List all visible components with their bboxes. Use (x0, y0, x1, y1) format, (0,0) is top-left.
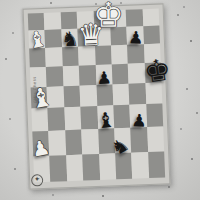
photo-noise-speckles (0, 0, 2, 2)
piece-black-knight-c7: ♞ (61, 29, 79, 50)
board-photo: GM's Chess ✦ ♚♝♞♛♟♟♚♝♝♟♟♞ (0, 0, 200, 200)
piece-white-bishop-a4: ♝ (27, 84, 48, 113)
piece-black-pawn-e5: ♟ (95, 69, 113, 87)
piece-white-pawn-a2: ♟ (29, 137, 50, 160)
piece-black-knight-f2: ♞ (108, 134, 132, 159)
pieces-layer: ♚♝♞♛♟♟♚♝♝♟♟♞ (24, 4, 170, 188)
piece-black-pawn-g7: ♟ (127, 29, 145, 47)
piece-black-bishop-e3: ♝ (96, 109, 115, 132)
piece-white-bishop-a7: ♝ (25, 28, 46, 53)
piece-black-king-h5: ♚ (141, 55, 162, 87)
chess-board: GM's Chess ✦ ♚♝♞♛♟♟♚♝♝♟♟♞ (23, 3, 171, 189)
piece-white-queen-d7: ♛ (77, 20, 95, 51)
piece-black-pawn-g3: ♟ (130, 112, 148, 130)
